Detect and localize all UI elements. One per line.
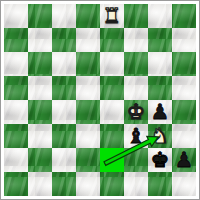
square-h5[interactable] bbox=[172, 76, 196, 100]
square-f7[interactable] bbox=[124, 28, 148, 52]
chessboard[interactable]: ♜♚♟♝♞♚♟ bbox=[4, 4, 196, 196]
square-e7[interactable] bbox=[100, 28, 124, 52]
square-e5[interactable] bbox=[100, 76, 124, 100]
square-b5[interactable] bbox=[28, 76, 52, 100]
square-b7[interactable] bbox=[28, 28, 52, 52]
square-a3[interactable] bbox=[4, 124, 28, 148]
square-h4[interactable] bbox=[172, 100, 196, 124]
square-h1[interactable] bbox=[172, 172, 196, 196]
black-pawn[interactable]: ♟ bbox=[175, 148, 194, 172]
square-c5[interactable] bbox=[52, 76, 76, 100]
square-g8[interactable] bbox=[148, 4, 172, 28]
square-b3[interactable] bbox=[28, 124, 52, 148]
square-f6[interactable] bbox=[124, 52, 148, 76]
black-king[interactable]: ♚ bbox=[151, 148, 170, 172]
square-a8[interactable] bbox=[4, 4, 28, 28]
square-c2[interactable] bbox=[52, 148, 76, 172]
square-e8[interactable]: ♜ bbox=[100, 4, 124, 28]
square-g6[interactable] bbox=[148, 52, 172, 76]
square-b4[interactable] bbox=[28, 100, 52, 124]
square-d8[interactable] bbox=[76, 4, 100, 28]
square-f4[interactable]: ♚ bbox=[124, 100, 148, 124]
square-a2[interactable] bbox=[4, 148, 28, 172]
square-d5[interactable] bbox=[76, 76, 100, 100]
square-f1[interactable] bbox=[124, 172, 148, 196]
white-king[interactable]: ♚ bbox=[127, 100, 146, 124]
square-e3[interactable] bbox=[100, 124, 124, 148]
square-e2[interactable] bbox=[100, 148, 124, 172]
square-c6[interactable] bbox=[52, 52, 76, 76]
square-c8[interactable] bbox=[52, 4, 76, 28]
square-c7[interactable] bbox=[52, 28, 76, 52]
square-d3[interactable] bbox=[76, 124, 100, 148]
square-b2[interactable] bbox=[28, 148, 52, 172]
white-knight[interactable]: ♞ bbox=[151, 124, 170, 148]
square-a1[interactable] bbox=[4, 172, 28, 196]
square-g5[interactable] bbox=[148, 76, 172, 100]
square-g3[interactable]: ♞ bbox=[148, 124, 172, 148]
square-d1[interactable] bbox=[76, 172, 100, 196]
square-h3[interactable] bbox=[172, 124, 196, 148]
square-b6[interactable] bbox=[28, 52, 52, 76]
square-b1[interactable] bbox=[28, 172, 52, 196]
square-f3[interactable]: ♝ bbox=[124, 124, 148, 148]
square-g1[interactable] bbox=[148, 172, 172, 196]
square-b8[interactable] bbox=[28, 4, 52, 28]
square-a5[interactable] bbox=[4, 76, 28, 100]
white-rook[interactable]: ♜ bbox=[103, 4, 122, 28]
square-g4[interactable]: ♟ bbox=[148, 100, 172, 124]
square-f5[interactable] bbox=[124, 76, 148, 100]
square-g2[interactable]: ♚ bbox=[148, 148, 172, 172]
square-f8[interactable] bbox=[124, 4, 148, 28]
square-h2[interactable]: ♟ bbox=[172, 148, 196, 172]
black-bishop[interactable]: ♝ bbox=[127, 124, 146, 148]
square-c3[interactable] bbox=[52, 124, 76, 148]
black-pawn[interactable]: ♟ bbox=[151, 100, 170, 124]
square-d4[interactable] bbox=[76, 100, 100, 124]
square-e4[interactable] bbox=[100, 100, 124, 124]
square-d6[interactable] bbox=[76, 52, 100, 76]
square-f2[interactable] bbox=[124, 148, 148, 172]
square-c1[interactable] bbox=[52, 172, 76, 196]
square-h7[interactable] bbox=[172, 28, 196, 52]
square-a7[interactable] bbox=[4, 28, 28, 52]
square-h8[interactable] bbox=[172, 4, 196, 28]
square-h6[interactable] bbox=[172, 52, 196, 76]
square-d7[interactable] bbox=[76, 28, 100, 52]
square-e6[interactable] bbox=[100, 52, 124, 76]
square-c4[interactable] bbox=[52, 100, 76, 124]
square-g7[interactable] bbox=[148, 28, 172, 52]
square-d2[interactable] bbox=[76, 148, 100, 172]
chess-app-screenshot: ♜♚♟♝♞♚♟ bbox=[0, 0, 200, 200]
square-e1[interactable] bbox=[100, 172, 124, 196]
square-a4[interactable] bbox=[4, 100, 28, 124]
square-a6[interactable] bbox=[4, 52, 28, 76]
